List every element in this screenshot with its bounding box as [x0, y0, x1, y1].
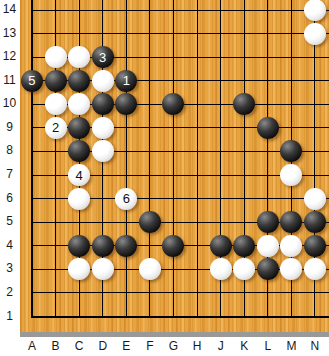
move-number-label: 3: [99, 51, 106, 64]
black-stone-K10[interactable]: [233, 93, 255, 115]
white-stone-N6[interactable]: [304, 188, 326, 210]
black-stone-L9[interactable]: [257, 117, 279, 139]
goban[interactable]: 351246: [20, 0, 329, 332]
white-stone-N3[interactable]: [304, 258, 326, 280]
row-label-1: 1: [0, 309, 19, 325]
white-stone-B12[interactable]: [45, 46, 67, 68]
black-stone-C8[interactable]: [68, 140, 90, 162]
white-stone-M3[interactable]: [280, 258, 302, 280]
black-stone-D4[interactable]: [92, 235, 114, 257]
black-stone-J4[interactable]: [210, 235, 232, 257]
white-stone-K3[interactable]: [233, 258, 255, 280]
white-stone-B10[interactable]: [45, 93, 67, 115]
black-stone-M5[interactable]: [280, 211, 302, 233]
move-number-label: 1: [123, 74, 130, 87]
white-stone-D11[interactable]: [92, 70, 114, 92]
white-stone-C6[interactable]: [68, 188, 90, 210]
black-stone-E11[interactable]: 1: [115, 70, 137, 92]
move-number-label: 4: [76, 169, 83, 182]
white-stone-C12[interactable]: [68, 46, 90, 68]
black-stone-E4[interactable]: [115, 235, 137, 257]
move-number-label: 5: [28, 74, 35, 87]
row-coordinate-labels: 1413121110987654321: [0, 0, 20, 336]
row-label-3: 3: [0, 261, 19, 277]
white-stone-N13[interactable]: [304, 23, 326, 45]
black-stone-L3[interactable]: [257, 258, 279, 280]
black-stone-N5[interactable]: [304, 211, 326, 233]
white-stone-M7[interactable]: [280, 164, 302, 186]
black-stone-G4[interactable]: [162, 235, 184, 257]
row-label-13: 13: [0, 26, 19, 42]
black-stone-D12[interactable]: 3: [92, 46, 114, 68]
move-number-label: 2: [52, 121, 59, 134]
column-label-G: G: [161, 339, 185, 355]
column-label-A: A: [20, 339, 44, 355]
row-label-14: 14: [0, 2, 19, 18]
column-label-D: D: [91, 339, 115, 355]
go-diagram-screenshot: 351246 1413121110987654321 ABCDEFGHJKLMN: [0, 0, 329, 356]
column-coordinate-labels: ABCDEFGHJKLMN: [20, 337, 329, 356]
row-label-12: 12: [0, 49, 19, 65]
black-stone-M8[interactable]: [280, 140, 302, 162]
row-label-5: 5: [0, 214, 19, 230]
white-stone-J3[interactable]: [210, 258, 232, 280]
move-number-label: 6: [123, 192, 130, 205]
column-label-C: C: [67, 339, 91, 355]
black-stone-B11[interactable]: [45, 70, 67, 92]
black-stone-L5[interactable]: [257, 211, 279, 233]
stones-layer: 351246: [20, 0, 327, 328]
white-stone-F3[interactable]: [139, 258, 161, 280]
white-stone-D8[interactable]: [92, 140, 114, 162]
black-stone-F5[interactable]: [139, 211, 161, 233]
row-label-11: 11: [0, 73, 19, 89]
column-label-B: B: [44, 339, 68, 355]
black-stone-N4[interactable]: [304, 235, 326, 257]
black-stone-C4[interactable]: [68, 235, 90, 257]
row-label-2: 2: [0, 285, 19, 301]
white-stone-E6[interactable]: 6: [115, 188, 137, 210]
black-stone-A11[interactable]: 5: [21, 70, 43, 92]
black-stone-E10[interactable]: [115, 93, 137, 115]
row-label-7: 7: [0, 167, 19, 183]
column-label-J: J: [209, 339, 233, 355]
column-label-N: N: [303, 339, 327, 355]
white-stone-D9[interactable]: [92, 117, 114, 139]
black-stone-C11[interactable]: [68, 70, 90, 92]
white-stone-D3[interactable]: [92, 258, 114, 280]
column-label-K: K: [232, 339, 256, 355]
white-stone-B9[interactable]: 2: [45, 117, 67, 139]
white-stone-C7[interactable]: 4: [68, 164, 90, 186]
row-label-6: 6: [0, 191, 19, 207]
white-stone-C3[interactable]: [68, 258, 90, 280]
white-stone-N14[interactable]: [304, 0, 326, 21]
column-label-H: H: [185, 339, 209, 355]
column-label-E: E: [114, 339, 138, 355]
column-label-F: F: [138, 339, 162, 355]
black-stone-G10[interactable]: [162, 93, 184, 115]
row-label-10: 10: [0, 96, 19, 112]
white-stone-C10[interactable]: [68, 93, 90, 115]
column-label-M: M: [279, 339, 303, 355]
row-label-9: 9: [0, 120, 19, 136]
black-stone-C9[interactable]: [68, 117, 90, 139]
black-stone-D10[interactable]: [92, 93, 114, 115]
row-label-8: 8: [0, 143, 19, 159]
row-label-4: 4: [0, 238, 19, 254]
column-label-L: L: [256, 339, 280, 355]
black-stone-K4[interactable]: [233, 235, 255, 257]
white-stone-L4[interactable]: [257, 235, 279, 257]
white-stone-M4[interactable]: [280, 235, 302, 257]
